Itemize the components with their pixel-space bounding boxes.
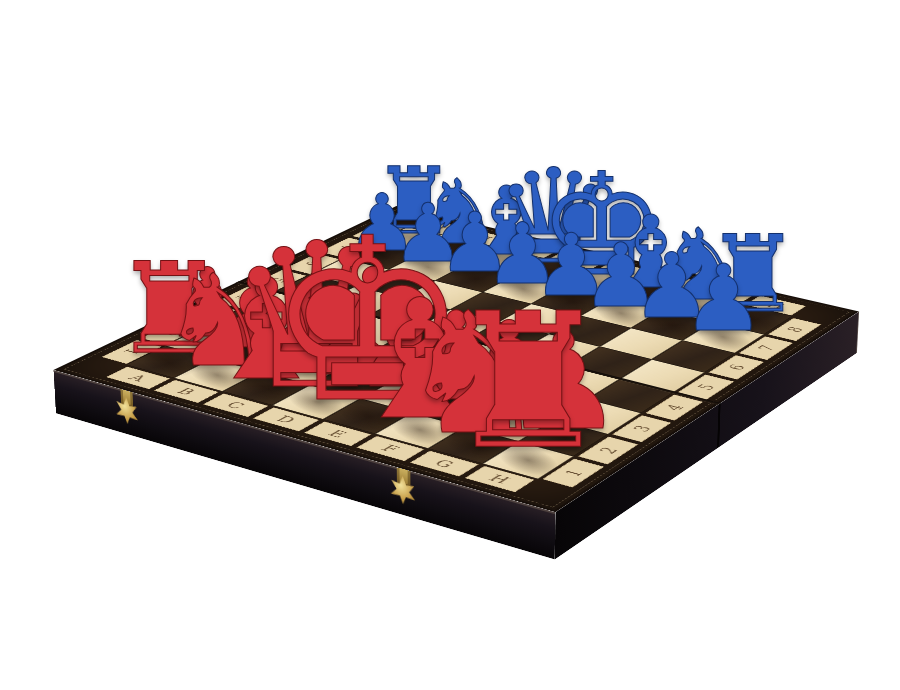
chess-board: AA88BB77CC66DD55EE44FF33GG22HH11: [53, 206, 859, 512]
rank-label-left-8: 8: [367, 228, 390, 235]
box-fold-seam: [717, 403, 721, 449]
file-label-top-f: F: [664, 278, 685, 287]
file-label-bottom-e: E: [325, 428, 351, 439]
file-label-top-g: G: [713, 289, 736, 298]
rank-label-left-2: 2: [158, 329, 183, 337]
file-label-top-a: A: [428, 224, 450, 232]
rank-label-right-2: 2: [594, 445, 621, 455]
rank-label-right-5: 5: [693, 383, 719, 392]
file-label-top-e-cell: E: [596, 261, 655, 280]
file-label-bottom-h: H: [485, 473, 514, 486]
file-label-top-e: E: [615, 267, 637, 276]
file-label-bottom-c: C: [222, 400, 248, 411]
rank-label-right-3: 3: [628, 424, 655, 434]
rank-label-right-6: 6: [724, 363, 750, 372]
rank-label-left-5: 5: [267, 276, 291, 284]
rank-label-right-4: 4: [661, 403, 688, 412]
file-label-bottom-a: A: [125, 373, 151, 383]
brass-clasp-2: [389, 456, 418, 508]
rank-label-right-8: 8: [782, 325, 807, 333]
rank-label-right-1: 1: [559, 468, 587, 478]
file-label-top-b: B: [474, 234, 496, 242]
rank-label-left-4: 4: [232, 293, 256, 301]
rank-label-left-3: 3: [195, 311, 219, 319]
clasp-star-plate: [115, 394, 139, 427]
file-label-top-h: H: [763, 301, 787, 311]
file-label-bottom-d: D: [272, 414, 299, 425]
rank-label-left-6: 6: [301, 260, 324, 267]
clasp-star-plate: [390, 472, 416, 507]
file-label-top-d: D: [566, 255, 589, 264]
file-label-bottom-f: F: [378, 443, 404, 454]
file-label-top-c: C: [519, 245, 541, 253]
rank-label-right-7: 7: [753, 344, 778, 352]
chess-set-photo: AA88BB77CC66DD55EE44FF33GG22HH11 ♜♞♝♛♚♝♞…: [0, 0, 900, 690]
brass-clasp-1: [113, 379, 141, 428]
file-label-bottom-g: G: [431, 457, 459, 469]
file-label-bottom-b: B: [173, 386, 199, 397]
rank-label-left-7: 7: [335, 244, 358, 251]
rank-label-left-1: 1: [119, 348, 144, 357]
